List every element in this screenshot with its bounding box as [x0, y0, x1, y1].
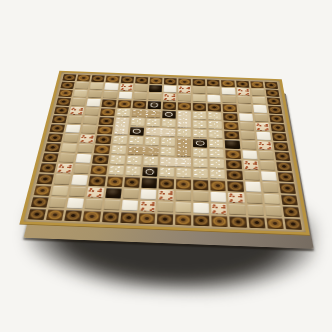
mosaic-tile-d	[99, 117, 114, 125]
mosaic-tile-t	[85, 107, 100, 115]
mosaic-tile-d	[267, 97, 281, 105]
mosaic-tile-w	[245, 182, 261, 192]
mosaic-tile-t	[193, 87, 206, 95]
mosaic-tile-t	[54, 175, 71, 185]
mosaic-tile-d	[228, 181, 244, 191]
mosaic-tile-w	[121, 200, 138, 211]
mosaic-tile-t	[241, 141, 256, 150]
mosaic-brick-tile	[177, 111, 191, 128]
mosaic-tile-d	[49, 124, 65, 133]
mosaic-tile-b	[178, 78, 191, 85]
mosaic-tile-d	[266, 89, 280, 97]
mosaic-brick-tile	[113, 117, 129, 135]
mosaic-tile-d	[92, 155, 108, 165]
mosaic-tile-g	[210, 170, 225, 180]
mosaic-tile-l	[252, 97, 266, 105]
mosaic-tile-d	[62, 74, 76, 81]
mosaic-tile-g	[161, 138, 175, 147]
mosaic-tile-d	[273, 142, 288, 151]
mosaic-tile-s	[119, 84, 133, 91]
mosaic-tile-d	[120, 76, 133, 83]
mosaic-tile-d	[223, 113, 237, 121]
mosaic-tile-g	[116, 108, 130, 116]
mosaic-tile-d	[120, 212, 137, 224]
mosaic-tile-l	[263, 194, 280, 205]
mosaic-tile-g	[126, 156, 141, 166]
mosaic-tile-b	[91, 165, 107, 175]
mosaic-tile-g	[208, 112, 222, 120]
mosaic-tile-s	[80, 134, 96, 143]
mosaic-tile-t	[178, 94, 191, 102]
mosaic-tile-b	[117, 100, 131, 108]
mosaic-tile-w	[239, 113, 253, 121]
mosaic-tile-w	[222, 88, 235, 96]
mosaic-tile-d	[278, 172, 294, 182]
mosaic-tile-k	[149, 85, 162, 92]
mosaic-tile-b	[226, 150, 241, 159]
mosaic-tile-t	[103, 91, 117, 99]
mosaic-tile-w	[261, 172, 277, 182]
mosaic-tile-d	[164, 78, 177, 85]
mosaic-tile-b	[176, 179, 191, 189]
mosaic-tile-a	[193, 139, 207, 148]
mosaic-tile-d	[269, 114, 284, 122]
white-ring-motif-icon	[196, 141, 205, 146]
mosaic-tile-g	[128, 136, 143, 145]
mosaic-tile-t	[247, 205, 264, 216]
mosaic-tile-d	[193, 103, 206, 111]
mosaic-tile-b	[77, 74, 91, 81]
mosaic-tile-t	[238, 105, 252, 113]
mosaic-tile-b	[100, 108, 115, 116]
mosaic-tile-s	[257, 141, 272, 150]
mosaic-tile-d	[31, 196, 49, 207]
mosaic-tile-g	[193, 129, 207, 138]
mosaic-tile-w	[65, 124, 81, 133]
mosaic-tile-d	[283, 206, 300, 217]
mosaic-tile-s	[139, 201, 155, 212]
mosaic-tile-d	[124, 177, 140, 187]
mosaic-tile-g	[193, 159, 208, 169]
mosaic-tile-t	[75, 82, 89, 89]
mosaic-tile-w	[87, 99, 102, 107]
mosaic-tile-t	[157, 201, 173, 212]
mosaic-tile-d	[60, 82, 74, 89]
mosaic-tile-t	[258, 151, 274, 160]
mosaic-tray	[20, 71, 310, 235]
mosaic-tile-l	[90, 83, 104, 90]
mosaic-tile-d	[56, 98, 71, 106]
mosaic-tile-t	[251, 89, 265, 97]
mosaic-tile-d	[193, 180, 208, 190]
mosaic-tile-t	[134, 84, 147, 91]
mosaic-tile-d	[65, 210, 83, 221]
mosaic-tile-d	[37, 174, 54, 184]
mosaic-tile-s	[211, 203, 227, 214]
mosaic-tile-d	[89, 176, 106, 186]
mosaic-tile-b	[83, 211, 101, 223]
mosaic-tile-g	[144, 137, 159, 146]
mosaic-tile-t	[262, 182, 278, 192]
mosaic-brick-tile	[160, 157, 192, 167]
mosaic-tile-l	[73, 90, 88, 98]
mosaic-tile-w	[242, 150, 257, 159]
mosaic-tile-g	[125, 166, 141, 176]
mosaic-tile-w	[194, 203, 210, 214]
mosaic-tile-b	[175, 214, 191, 226]
mosaic-tile-s	[255, 123, 270, 132]
mosaic-tile-d	[28, 208, 47, 219]
mosaic-tile-b	[97, 126, 112, 135]
mosaic-tile-d	[101, 211, 118, 223]
mosaic-brick-tile	[127, 146, 158, 156]
mosaic-tile-t	[176, 190, 192, 201]
mosaic-tile-d	[227, 170, 243, 180]
mosaic-tile-t	[59, 153, 76, 163]
mosaic-tile-b	[221, 80, 234, 87]
mosaic-tile-b	[106, 75, 120, 82]
mosaic-tile-g	[209, 139, 224, 148]
mosaic-tile-d	[281, 194, 298, 205]
mosaic-tile-t	[74, 164, 91, 174]
mosaic-tile-d	[91, 75, 105, 82]
mosaic-tile-d	[132, 101, 146, 109]
mosaic-tile-s	[56, 164, 73, 174]
mosaic-tile-d	[268, 106, 282, 114]
mosaic-brick-tile	[177, 138, 191, 157]
mosaic-tile-t	[69, 186, 86, 197]
mosaic-tile-t	[207, 87, 220, 95]
mosaic-tile-d	[230, 216, 247, 228]
mosaic-tile-t	[244, 171, 260, 181]
product-photo[interactable]	[0, 0, 332, 332]
mosaic-tile-b	[46, 209, 64, 220]
mosaic-tile-d	[45, 143, 61, 152]
mosaic-tile-d	[42, 153, 59, 163]
mosaic-tile-w	[211, 192, 227, 203]
mosaic-tile-d	[236, 80, 249, 87]
mosaic-tile-d	[47, 133, 63, 142]
mosaic-tile-b	[224, 121, 238, 130]
mosaic-tile-l	[193, 95, 206, 103]
mosaic-tile-t	[148, 93, 161, 101]
mosaic-tile-s	[87, 187, 104, 198]
mosaic-tile-g	[162, 119, 176, 127]
mosaic-tile-g	[130, 118, 144, 126]
mosaic-tile-g	[210, 159, 225, 169]
mosaic-tile-g	[109, 155, 125, 165]
mosaic-tile-b	[106, 177, 122, 187]
mosaic-tile-s	[178, 86, 191, 94]
mosaic-tile-b	[138, 213, 155, 225]
mosaic-tile-d	[225, 131, 240, 140]
mosaic-tile-t	[237, 96, 251, 104]
mosaic-tile-g	[143, 157, 158, 167]
mosaic-tile-s	[163, 93, 176, 101]
mosaic-tile-t	[246, 193, 262, 204]
mosaic-tile-g	[209, 121, 223, 130]
mosaic-tile-b	[211, 180, 227, 190]
mosaic-tile-d	[226, 160, 241, 170]
mosaic-tile-l	[51, 186, 69, 197]
mosaic-tile-g	[112, 136, 127, 145]
mosaic-tile-g	[209, 130, 223, 139]
mosaic-tile-d	[270, 123, 285, 132]
mosaic-brick-tile	[145, 128, 175, 137]
mosaic-tile-l	[61, 143, 77, 152]
mosaic-tile-b	[149, 77, 162, 84]
mosaic-tile-t	[254, 114, 268, 122]
mosaic-tile-w	[118, 92, 132, 100]
mosaic-tile-t	[88, 91, 102, 99]
mosaic-tile-s	[243, 160, 259, 170]
mosaic-tile-a	[129, 127, 144, 136]
mosaic-tile-b	[58, 89, 73, 97]
white-ring-motif-icon	[145, 169, 154, 175]
mosaic-tile-t	[265, 205, 282, 216]
mosaic-tile-b	[266, 218, 283, 230]
mosaic-tile-g	[176, 168, 191, 178]
mosaic-tile-g	[193, 169, 208, 179]
mosaic-tile-d	[159, 178, 175, 188]
mosaic-tile-g	[159, 168, 174, 178]
mosaic-tile-g	[111, 145, 126, 154]
mosaic-tile-w	[253, 105, 267, 113]
mosaic-tile-t	[193, 191, 209, 202]
mosaic-tile-s	[228, 192, 244, 203]
mosaic-tile-k	[105, 188, 122, 199]
mosaic-tile-w	[71, 175, 88, 185]
mosaic-tile-w	[163, 85, 176, 92]
mosaic-tile-t	[239, 122, 253, 131]
white-ring-motif-icon	[132, 129, 141, 134]
mosaic-tile-d	[52, 115, 68, 123]
mosaic-tile-d	[96, 135, 111, 144]
white-ring-motif-icon	[165, 112, 173, 117]
mosaic-brick-tile	[131, 109, 160, 118]
mosaic-tile-a	[147, 101, 161, 109]
mosaic-tile-d	[284, 218, 302, 230]
mosaic-tile-g	[193, 111, 207, 119]
mosaic-tile-l	[175, 202, 191, 213]
mosaic-tile-g	[146, 118, 160, 126]
mosaic-tile-d	[207, 79, 220, 86]
mosaic-tile-b	[34, 185, 52, 196]
mosaic-tile-a	[162, 110, 176, 118]
mosaic-tile-t	[122, 188, 138, 199]
mosaic-tile-w	[140, 189, 156, 200]
mosaic-tile-d	[279, 183, 296, 193]
mosaic-tile-g	[193, 120, 207, 128]
mosaic-tile-b	[94, 145, 110, 154]
mosaic-tile-d	[248, 217, 265, 229]
mosaic-tile-t	[63, 134, 79, 143]
mosaic-tile-t	[81, 125, 96, 134]
mosaic-tile-t	[229, 204, 246, 215]
mosaic-board	[20, 71, 310, 235]
white-ring-motif-icon	[150, 103, 158, 108]
mosaic-tile-s	[236, 88, 250, 96]
mosaic-tile-t	[78, 144, 94, 153]
mosaic-tile-t	[259, 161, 275, 171]
mosaic-tile-b	[223, 104, 237, 112]
mosaic-tile-t	[85, 199, 102, 210]
mosaic-tile-w	[208, 95, 221, 103]
mosaic-tile-d	[163, 102, 177, 110]
mosaic-tile-t	[133, 92, 147, 100]
mosaic-tile-w	[256, 132, 271, 141]
mosaic-tile-t	[49, 197, 67, 208]
mosaic-tile-t	[240, 131, 255, 140]
mosaic-tile-g	[108, 166, 124, 176]
mosaic-tile-d	[39, 163, 56, 173]
mosaic-tile-d	[135, 77, 148, 84]
mosaic-tile-d	[272, 132, 287, 141]
mosaic-tile-g	[209, 149, 224, 158]
mosaic-tile-d	[102, 99, 116, 107]
mosaic-tile-b	[212, 215, 229, 227]
mosaic-tile-d	[275, 152, 291, 161]
mosaic-tile-w	[67, 198, 85, 209]
mosaic-tile-d	[193, 79, 206, 86]
mosaic-tile-g	[177, 129, 191, 138]
mosaic-tile-w	[105, 83, 119, 90]
mosaic-tile-d	[264, 82, 278, 89]
mosaic-tile-d	[157, 213, 173, 225]
mosaic-tile-k	[141, 178, 157, 188]
mosaic-tile-t	[83, 116, 98, 124]
mosaic-tile-g	[160, 147, 175, 156]
mosaic-tile-s	[158, 190, 174, 201]
mosaic-tile-s	[69, 107, 84, 115]
mosaic-tile-d	[54, 106, 69, 114]
mosaic-tile-w	[76, 154, 92, 164]
mosaic-tile-t	[67, 115, 82, 123]
mosaic-tile-b	[178, 102, 191, 110]
mosaic-tile-g	[193, 148, 208, 157]
mosaic-tile-a	[142, 167, 157, 177]
mosaic-tile-d	[208, 103, 222, 111]
mosaic-tile-t	[71, 98, 86, 106]
mosaic-tile-d	[194, 215, 210, 227]
mosaic-tile-b	[250, 81, 264, 88]
mosaic-tile-t	[103, 199, 120, 210]
mosaic-tile-t	[222, 96, 236, 104]
mosaic-tile-d	[276, 162, 292, 172]
mosaic-tile-k	[225, 140, 240, 149]
